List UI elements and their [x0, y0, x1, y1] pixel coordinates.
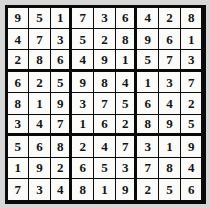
sudoku-cell-r2c8[interactable]: 6 — [159, 29, 181, 50]
sudoku-cell-r8c2[interactable]: 9 — [29, 158, 51, 179]
sudoku-cell-r5c9[interactable]: 2 — [181, 93, 203, 114]
sudoku-cell-r7c6[interactable]: 7 — [116, 136, 138, 157]
sudoku-cell-r7c1[interactable]: 5 — [8, 136, 30, 157]
sudoku-cell-r5c8[interactable]: 4 — [159, 93, 181, 114]
sudoku-cell-r6c2[interactable]: 4 — [29, 115, 51, 136]
sudoku-cell-r8c7[interactable]: 7 — [137, 158, 159, 179]
sudoku-board-wrapper: 9517364284735289612864915736259841378193… — [0, 0, 210, 208]
sudoku-cell-r9c8[interactable]: 5 — [159, 179, 181, 200]
sudoku-cell-r6c8[interactable]: 9 — [159, 115, 181, 136]
sudoku-cell-r3c2[interactable]: 8 — [29, 50, 51, 71]
sudoku-cell-r8c9[interactable]: 4 — [181, 158, 203, 179]
sudoku-cell-r7c9[interactable]: 9 — [181, 136, 203, 157]
sudoku-cell-r7c5[interactable]: 4 — [94, 136, 116, 157]
sudoku-cell-r4c9[interactable]: 7 — [181, 72, 203, 93]
sudoku-cell-r2c2[interactable]: 7 — [29, 29, 51, 50]
sudoku-cell-r5c5[interactable]: 7 — [94, 93, 116, 114]
sudoku-cell-r2c6[interactable]: 8 — [116, 29, 138, 50]
sudoku-cell-r1c2[interactable]: 5 — [29, 8, 51, 29]
sudoku-cell-r4c6[interactable]: 4 — [116, 72, 138, 93]
sudoku-cell-r9c6[interactable]: 9 — [116, 179, 138, 200]
sudoku-cell-r1c6[interactable]: 6 — [116, 8, 138, 29]
sudoku-cell-r7c7[interactable]: 3 — [137, 136, 159, 157]
sudoku-cell-r4c1[interactable]: 6 — [8, 72, 30, 93]
sudoku-cell-r2c9[interactable]: 1 — [181, 29, 203, 50]
sudoku-cell-r3c7[interactable]: 5 — [137, 50, 159, 71]
sudoku-cell-r8c6[interactable]: 3 — [116, 158, 138, 179]
sudoku-cell-r9c5[interactable]: 1 — [94, 179, 116, 200]
sudoku-cell-r6c7[interactable]: 8 — [137, 115, 159, 136]
sudoku-cell-r3c3[interactable]: 6 — [51, 50, 73, 71]
sudoku-cell-r3c1[interactable]: 2 — [8, 50, 30, 71]
sudoku-cell-r7c4[interactable]: 2 — [72, 136, 94, 157]
sudoku-cell-r7c2[interactable]: 6 — [29, 136, 51, 157]
sudoku-cell-r1c4[interactable]: 7 — [72, 8, 94, 29]
sudoku-cell-r5c7[interactable]: 6 — [137, 93, 159, 114]
sudoku-cell-r5c3[interactable]: 9 — [51, 93, 73, 114]
sudoku-cell-r4c5[interactable]: 8 — [94, 72, 116, 93]
sudoku-cell-r2c5[interactable]: 2 — [94, 29, 116, 50]
sudoku-cell-r6c4[interactable]: 1 — [72, 115, 94, 136]
sudoku-cell-r5c2[interactable]: 1 — [29, 93, 51, 114]
sudoku-cell-r8c8[interactable]: 8 — [159, 158, 181, 179]
sudoku-cell-r4c2[interactable]: 2 — [29, 72, 51, 93]
sudoku-cell-r3c6[interactable]: 1 — [116, 50, 138, 71]
sudoku-cell-r8c5[interactable]: 5 — [94, 158, 116, 179]
sudoku-cell-r1c5[interactable]: 3 — [94, 8, 116, 29]
sudoku-cell-r6c5[interactable]: 6 — [94, 115, 116, 136]
sudoku-cell-r1c3[interactable]: 1 — [51, 8, 73, 29]
sudoku-cell-r2c1[interactable]: 4 — [8, 29, 30, 50]
sudoku-cell-r1c8[interactable]: 2 — [159, 8, 181, 29]
sudoku-cell-r4c4[interactable]: 9 — [72, 72, 94, 93]
sudoku-cell-r9c1[interactable]: 7 — [8, 179, 30, 200]
sudoku-cell-r4c3[interactable]: 5 — [51, 72, 73, 93]
sudoku-cell-r6c1[interactable]: 3 — [8, 115, 30, 136]
sudoku-cell-r6c9[interactable]: 5 — [181, 115, 203, 136]
sudoku-cell-r1c9[interactable]: 8 — [181, 8, 203, 29]
sudoku-cell-r7c3[interactable]: 8 — [51, 136, 73, 157]
sudoku-cell-r9c9[interactable]: 6 — [181, 179, 203, 200]
sudoku-cell-r8c3[interactable]: 2 — [51, 158, 73, 179]
sudoku-cell-r8c4[interactable]: 6 — [72, 158, 94, 179]
sudoku-cell-r9c3[interactable]: 4 — [51, 179, 73, 200]
sudoku-cell-r5c1[interactable]: 8 — [8, 93, 30, 114]
sudoku-cell-r7c8[interactable]: 1 — [159, 136, 181, 157]
sudoku-cell-r8c1[interactable]: 1 — [8, 158, 30, 179]
sudoku-cell-r3c9[interactable]: 3 — [181, 50, 203, 71]
sudoku-cell-r6c3[interactable]: 7 — [51, 115, 73, 136]
sudoku-cell-r1c1[interactable]: 9 — [8, 8, 30, 29]
sudoku-cell-r2c4[interactable]: 5 — [72, 29, 94, 50]
sudoku-cell-r3c8[interactable]: 7 — [159, 50, 181, 71]
sudoku-cell-r5c6[interactable]: 5 — [116, 93, 138, 114]
sudoku-cell-r6c6[interactable]: 2 — [116, 115, 138, 136]
sudoku-cell-r4c7[interactable]: 1 — [137, 72, 159, 93]
sudoku-cell-r3c5[interactable]: 9 — [94, 50, 116, 71]
sudoku-cell-r9c4[interactable]: 8 — [72, 179, 94, 200]
sudoku-cell-r9c7[interactable]: 2 — [137, 179, 159, 200]
sudoku-grid: 9517364284735289612864915736259841378193… — [5, 5, 206, 204]
sudoku-cell-r1c7[interactable]: 4 — [137, 8, 159, 29]
sudoku-cell-r4c8[interactable]: 3 — [159, 72, 181, 93]
sudoku-cell-r3c4[interactable]: 4 — [72, 50, 94, 71]
sudoku-cell-r9c2[interactable]: 3 — [29, 179, 51, 200]
sudoku-cell-r2c7[interactable]: 9 — [137, 29, 159, 50]
sudoku-cell-r2c3[interactable]: 3 — [51, 29, 73, 50]
sudoku-cell-r5c4[interactable]: 3 — [72, 93, 94, 114]
